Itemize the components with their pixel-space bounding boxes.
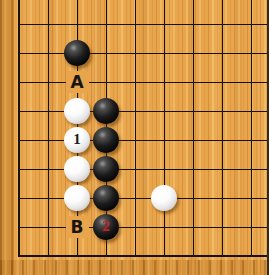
grid-vertical-line <box>251 0 252 257</box>
grid-vertical-line <box>193 0 194 257</box>
move-number-2: 2 <box>102 219 110 234</box>
grid-horizontal-line <box>18 255 267 257</box>
stone-black-D3[interactable] <box>93 185 119 211</box>
board-bottom-margin <box>0 260 269 275</box>
grid-horizontal-line <box>18 169 267 170</box>
grid-vertical-line <box>48 0 49 257</box>
board-left-margin <box>0 0 14 275</box>
point-label-A-C7[interactable]: A <box>66 71 89 93</box>
grid-horizontal-line <box>18 140 267 141</box>
stone-white-C3[interactable] <box>64 185 90 211</box>
stone-black-C8[interactable] <box>64 40 90 66</box>
grid-horizontal-line <box>18 198 267 199</box>
grid-horizontal-line <box>18 24 267 25</box>
stone-black-D2[interactable]: 2 <box>93 214 119 240</box>
grid-vertical-line <box>222 0 223 257</box>
grid-vertical-line <box>164 0 165 257</box>
stone-white-C5[interactable]: 1 <box>64 127 90 153</box>
stone-black-D6[interactable] <box>93 98 119 124</box>
grid-horizontal-line <box>18 111 267 112</box>
point-label-B-C2[interactable]: B <box>66 216 89 238</box>
grid-vertical-line <box>135 0 136 257</box>
grid-horizontal-line <box>18 82 267 83</box>
grid-vertical-line <box>18 0 20 257</box>
stone-white-F3[interactable] <box>151 185 177 211</box>
stone-white-C4[interactable] <box>64 156 90 182</box>
go-diagram-screen: AB 12 <box>0 0 269 275</box>
move-number-1: 1 <box>73 132 81 147</box>
grid-horizontal-line <box>18 227 267 228</box>
stone-black-D5[interactable] <box>93 127 119 153</box>
stone-black-D4[interactable] <box>93 156 119 182</box>
stone-white-C6[interactable] <box>64 98 90 124</box>
grid-horizontal-line <box>18 53 267 54</box>
point-label-text: B <box>71 219 84 236</box>
point-label-text: A <box>70 74 83 91</box>
image-right-edge <box>267 0 269 275</box>
